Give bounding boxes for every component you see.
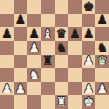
square-b3[interactable]: [14, 68, 28, 82]
piece-black-pawn-a6[interactable]: ♟: [1, 28, 12, 40]
square-a4[interactable]: [0, 55, 14, 69]
piece-white-pawn-g2[interactable]: ♟: [83, 82, 94, 94]
square-d1[interactable]: [41, 95, 55, 109]
piece-black-pawn-g6[interactable]: ♟: [83, 28, 94, 40]
square-c8[interactable]: [27, 0, 41, 14]
piece-white-rook-e1[interactable]: ♜: [56, 96, 67, 108]
piece-black-rook-d4[interactable]: ♜: [42, 55, 53, 67]
square-f3[interactable]: [68, 68, 82, 82]
square-e7[interactable]: [55, 14, 69, 28]
square-h1[interactable]: [95, 95, 109, 109]
square-c6[interactable]: ♟: [27, 27, 41, 41]
piece-white-pawn-c5[interactable]: ♟: [29, 41, 40, 53]
square-b7[interactable]: ♟: [14, 14, 28, 28]
square-h2[interactable]: ♟: [95, 82, 109, 96]
square-h8[interactable]: [95, 0, 109, 14]
square-c1[interactable]: [27, 95, 41, 109]
piece-white-pawn-a2[interactable]: ♟: [1, 82, 12, 94]
piece-black-pawn-f6[interactable]: ♟: [70, 28, 81, 40]
square-g1[interactable]: ♚: [82, 95, 96, 109]
square-b6[interactable]: [14, 27, 28, 41]
chess-board: ♚♟♟♟♟♝♛♟♟♟♞♞♜♟♛♞♟♟♟♟♜♚: [0, 0, 109, 109]
square-b4[interactable]: [14, 55, 28, 69]
square-a8[interactable]: [0, 0, 14, 14]
square-e6[interactable]: ♛: [55, 27, 69, 41]
square-b8[interactable]: [14, 0, 28, 14]
square-a5[interactable]: [0, 41, 14, 55]
square-h6[interactable]: [95, 27, 109, 41]
square-d8[interactable]: [41, 0, 55, 14]
square-f8[interactable]: [68, 0, 82, 14]
square-f7[interactable]: [68, 14, 82, 28]
piece-white-bishop-d6[interactable]: ♝: [42, 28, 53, 40]
square-d2[interactable]: [41, 82, 55, 96]
square-e3[interactable]: [55, 68, 69, 82]
square-f4[interactable]: [68, 55, 82, 69]
piece-black-knight-h5[interactable]: ♞: [97, 41, 108, 53]
piece-black-knight-e5[interactable]: ♞: [56, 41, 67, 53]
piece-black-pawn-c6[interactable]: ♟: [29, 28, 40, 40]
piece-white-queen-h4[interactable]: ♛: [97, 55, 108, 67]
piece-black-king-g8[interactable]: ♚: [83, 0, 94, 12]
square-e5[interactable]: ♞: [55, 41, 69, 55]
square-h7[interactable]: ♟: [95, 14, 109, 28]
square-d6[interactable]: ♝: [41, 27, 55, 41]
square-b5[interactable]: [14, 41, 28, 55]
square-a7[interactable]: [0, 14, 14, 28]
piece-white-pawn-g4[interactable]: ♟: [83, 55, 94, 67]
piece-black-pawn-h7[interactable]: ♟: [97, 14, 108, 26]
square-e1[interactable]: ♜: [55, 95, 69, 109]
piece-black-queen-e6[interactable]: ♛: [56, 28, 67, 40]
square-g8[interactable]: ♚: [82, 0, 96, 14]
square-h4[interactable]: ♛: [95, 55, 109, 69]
square-e2[interactable]: [55, 82, 69, 96]
square-f6[interactable]: ♟: [68, 27, 82, 41]
square-b2[interactable]: ♟: [14, 82, 28, 96]
square-c3[interactable]: ♞: [27, 68, 41, 82]
square-d7[interactable]: [41, 14, 55, 28]
square-a3[interactable]: [0, 68, 14, 82]
piece-black-pawn-b7[interactable]: ♟: [15, 14, 26, 26]
square-d4[interactable]: ♜: [41, 55, 55, 69]
square-a6[interactable]: ♟: [0, 27, 14, 41]
square-c2[interactable]: [27, 82, 41, 96]
square-g2[interactable]: ♟: [82, 82, 96, 96]
square-f5[interactable]: [68, 41, 82, 55]
piece-white-king-g1[interactable]: ♚: [83, 96, 94, 108]
square-f2[interactable]: [68, 82, 82, 96]
square-c4[interactable]: [27, 55, 41, 69]
square-c7[interactable]: [27, 14, 41, 28]
square-e4[interactable]: [55, 55, 69, 69]
square-g6[interactable]: ♟: [82, 27, 96, 41]
square-c5[interactable]: ♟: [27, 41, 41, 55]
square-g5[interactable]: [82, 41, 96, 55]
square-g4[interactable]: ♟: [82, 55, 96, 69]
piece-white-pawn-h2[interactable]: ♟: [97, 82, 108, 94]
square-d3[interactable]: [41, 68, 55, 82]
piece-white-pawn-b2[interactable]: ♟: [15, 82, 26, 94]
square-g3[interactable]: [82, 68, 96, 82]
square-a1[interactable]: [0, 95, 14, 109]
square-f1[interactable]: [68, 95, 82, 109]
square-d5[interactable]: [41, 41, 55, 55]
square-g7[interactable]: [82, 14, 96, 28]
square-b1[interactable]: [14, 95, 28, 109]
square-h5[interactable]: ♞: [95, 41, 109, 55]
square-e8[interactable]: [55, 0, 69, 14]
piece-white-knight-c3[interactable]: ♞: [29, 68, 40, 80]
square-a2[interactable]: ♟: [0, 82, 14, 96]
square-h3[interactable]: [95, 68, 109, 82]
